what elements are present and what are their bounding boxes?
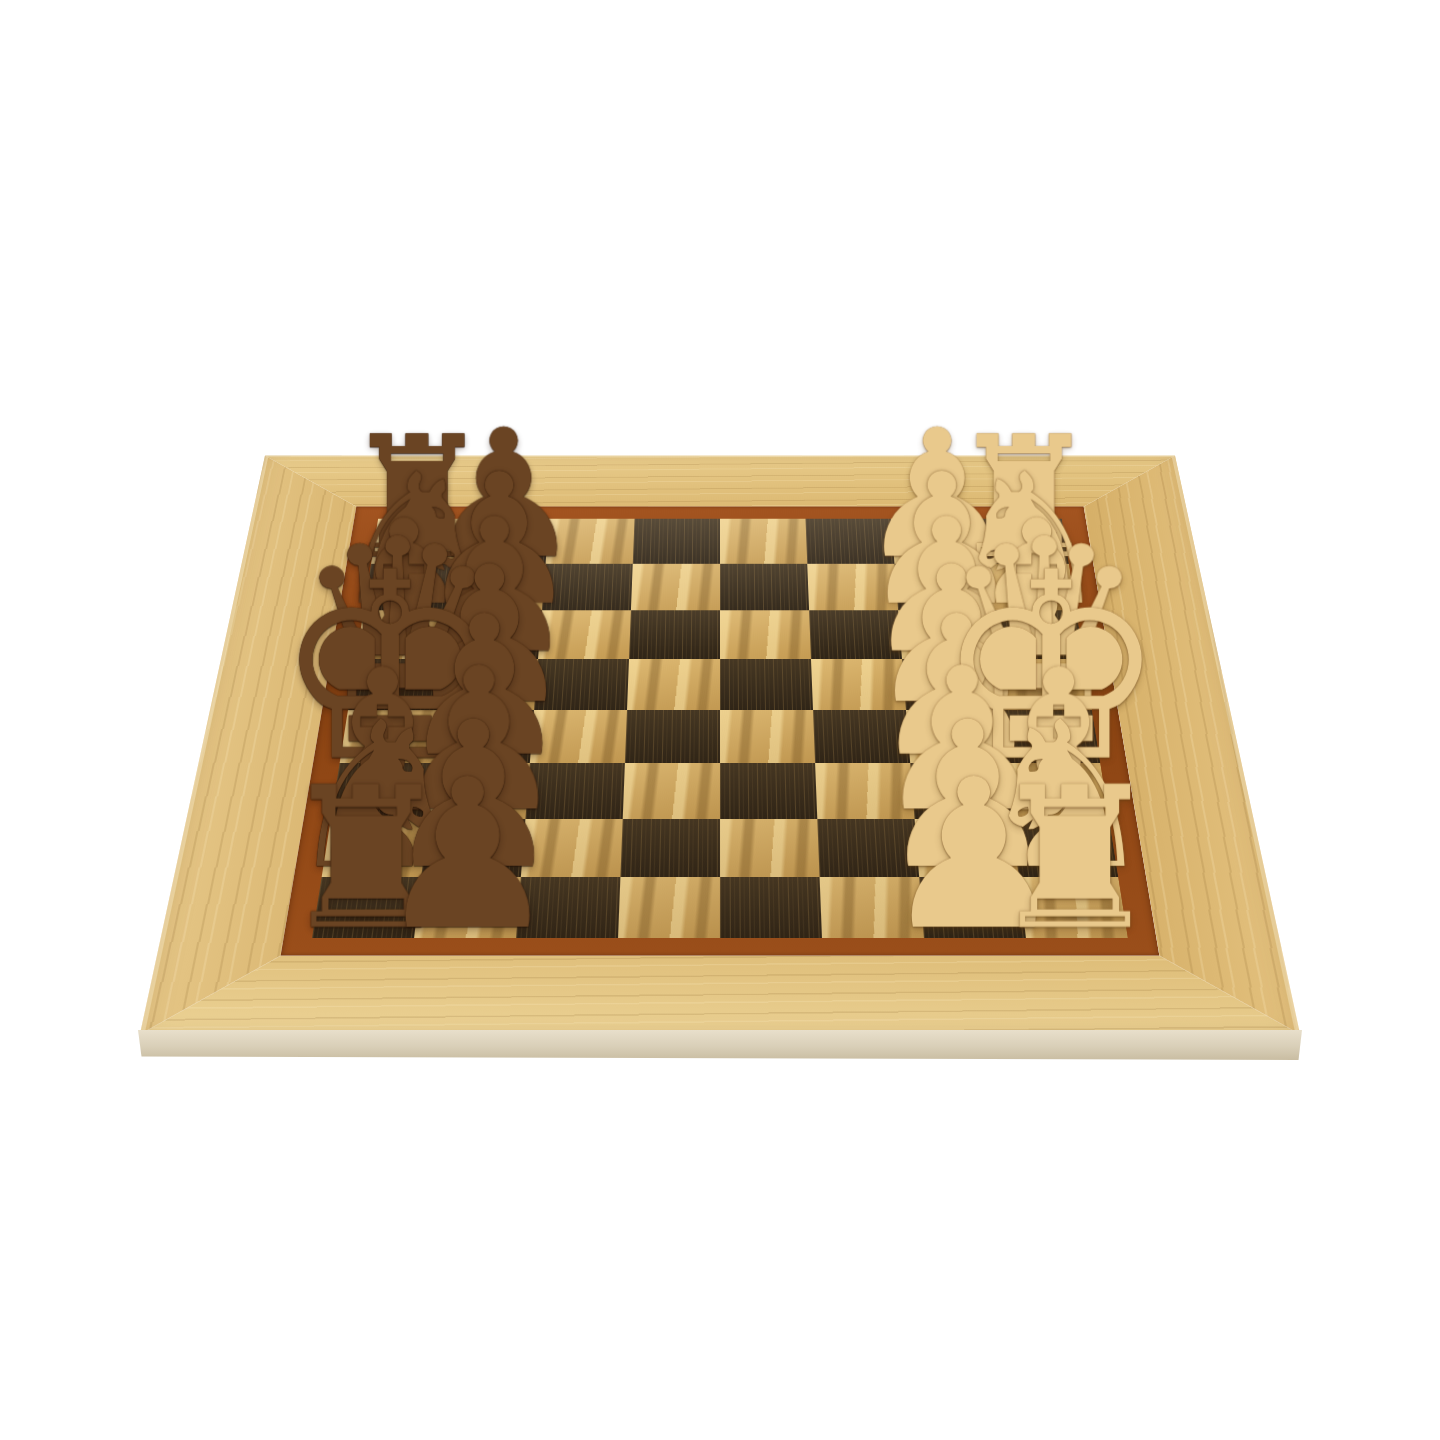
board-side-face	[138, 1030, 1302, 1060]
square-d5[interactable]	[627, 659, 720, 710]
square-a3[interactable]	[805, 519, 894, 564]
square-c5[interactable]	[629, 610, 720, 659]
product-photo-stage: { "game": "chess", "scene": { "backgroun…	[0, 0, 1440, 1440]
square-d4[interactable]	[720, 659, 813, 710]
piece-black-pawn-h7[interactable]: ♟	[374, 752, 559, 959]
square-b4[interactable]	[720, 564, 809, 611]
chessboard: ♜♟♟♜♞♟♟♞♝♟♟♝♛♟♟♛♚♟♟♚♝♟♟♝♞♟♟♞♜♟♟♜	[140, 456, 1300, 1035]
square-b5[interactable]	[631, 564, 720, 611]
board-3d-scene: ♜♟♟♜♞♟♟♞♝♟♟♝♛♟♟♛♚♟♟♚♝♟♟♝♞♟♟♞♜♟♟♜	[210, 200, 1230, 1220]
square-c4[interactable]	[720, 610, 811, 659]
square-a6[interactable]	[546, 519, 635, 564]
square-a4[interactable]	[720, 519, 807, 564]
square-a5[interactable]	[633, 519, 720, 564]
